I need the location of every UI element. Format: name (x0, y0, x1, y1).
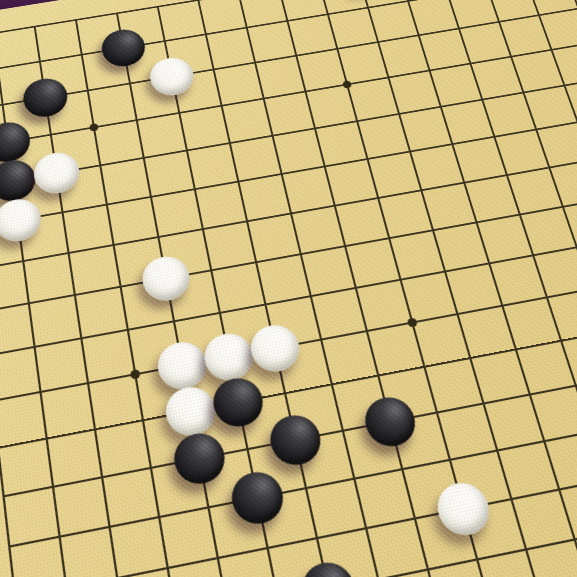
black-stone[interactable] (0, 157, 38, 205)
board-wrap (0, 0, 577, 577)
black-stone[interactable] (99, 27, 148, 70)
black-stone[interactable] (209, 374, 267, 430)
star-point (407, 317, 418, 327)
black-stone[interactable] (21, 75, 70, 120)
black-stone[interactable] (0, 119, 32, 165)
black-stone[interactable] (297, 558, 360, 577)
photo-frame (0, 0, 577, 577)
white-stone[interactable] (154, 338, 210, 393)
white-stone[interactable] (139, 253, 193, 304)
black-stone[interactable] (170, 429, 228, 488)
white-stone[interactable] (147, 55, 197, 99)
star-point (89, 123, 99, 132)
white-stone[interactable] (31, 149, 82, 196)
black-stone[interactable] (228, 468, 288, 528)
white-stone[interactable] (432, 479, 495, 540)
white-stone[interactable] (201, 330, 258, 385)
go-board[interactable] (0, 0, 577, 577)
black-stone[interactable] (266, 411, 325, 469)
black-stone[interactable] (360, 393, 420, 450)
white-stone[interactable] (162, 383, 219, 440)
star-point (342, 80, 352, 89)
star-point (130, 369, 141, 380)
board-grid (0, 0, 577, 577)
white-stone[interactable] (247, 321, 304, 375)
white-stone[interactable] (0, 196, 44, 245)
